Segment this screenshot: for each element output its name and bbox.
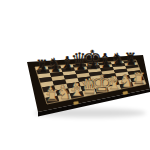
- piece-black-pawn-h7: ♟: [126, 54, 136, 68]
- piece-black-pawn-c7: ♟: [63, 60, 73, 74]
- piece-black-pawn-g7: ♟: [113, 55, 123, 69]
- piece-white-rook-h1: ♜: [132, 70, 146, 88]
- board-svg: ♜♞♝♛♚♝♞♜♟♟♟♟♟♟♟♟♟♟♟♟♟♟♟♟♜♞♝♛♚♝♞♜: [0, 0, 150, 150]
- piece-black-pawn-b7: ♟: [50, 61, 60, 75]
- piece-black-pawn-a7: ♟: [38, 62, 48, 76]
- piece-black-pawn-f7: ♟: [101, 57, 111, 71]
- piece-black-pawn-d7: ♟: [76, 59, 86, 73]
- chess-set-photo: ♜♞♝♛♚♝♞♜♟♟♟♟♟♟♟♟♟♟♟♟♟♟♟♟♜♞♝♛♚♝♞♜: [0, 0, 150, 150]
